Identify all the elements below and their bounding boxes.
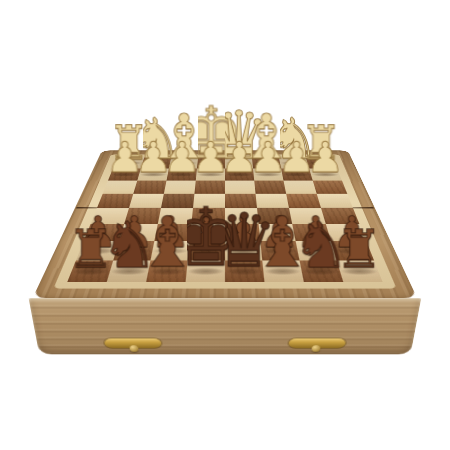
dark-rook-icon: ♜: [335, 223, 382, 276]
dark-knight[interactable]: ♞: [302, 175, 340, 271]
brass-latch-right: [288, 338, 345, 348]
latch-pin-icon: [129, 345, 138, 352]
dark-rook[interactable]: ♜: [340, 175, 378, 271]
box-front-side: [29, 298, 422, 354]
scene: ♜♞♝♚♛♝♞♜♟♟♟♟♟♟♟♟♟♟♟♟♟♟♟♟♜♞♝♚♛♝♞♜: [0, 0, 450, 450]
latch-pin-icon: [312, 345, 321, 352]
product-photo: ♜♞♝♚♛♝♞♜♟♟♟♟♟♟♟♟♟♟♟♟♟♟♟♟♜♞♝♚♛♝♞♜: [0, 0, 450, 450]
checkerboard: ♜♞♝♚♛♝♞♜♟♟♟♟♟♟♟♟♟♟♟♟♟♟♟♟♜♞♝♚♛♝♞♜: [67, 157, 382, 282]
chess-box: ♜♞♝♚♛♝♞♜♟♟♟♟♟♟♟♟♟♟♟♟♟♟♟♟♜♞♝♚♛♝♞♜: [33, 150, 418, 298]
brass-latch-left: [104, 338, 161, 348]
